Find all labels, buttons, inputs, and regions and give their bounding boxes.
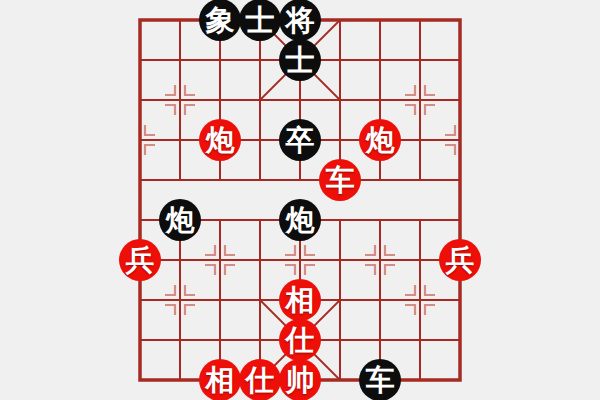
piece-black-soldier[interactable]: 卒 [279, 119, 321, 161]
piece-black-elephant[interactable]: 象 [199, 0, 241, 41]
xiangqi-app: 象士将士炮卒炮车炮炮兵兵相仕相仕帅车 [0, 0, 600, 400]
piece-red-advisor[interactable]: 仕 [279, 319, 321, 361]
piece-red-cannon[interactable]: 炮 [359, 119, 401, 161]
piece-black-cannon[interactable]: 炮 [279, 199, 321, 241]
piece-black-advisor[interactable]: 士 [239, 0, 281, 41]
piece-black-general[interactable]: 将 [279, 0, 321, 41]
piece-black-advisor[interactable]: 士 [279, 39, 321, 81]
piece-red-chariot[interactable]: 车 [319, 159, 361, 201]
piece-red-advisor[interactable]: 仕 [239, 359, 281, 400]
piece-red-soldier[interactable]: 兵 [119, 239, 161, 281]
piece-red-general[interactable]: 帅 [279, 359, 321, 400]
piece-red-elephant[interactable]: 相 [279, 279, 321, 321]
piece-grid: 象士将士炮卒炮车炮炮兵兵相仕相仕帅车 [120, 0, 480, 400]
piece-red-elephant[interactable]: 相 [199, 359, 241, 400]
piece-black-cannon[interactable]: 炮 [159, 199, 201, 241]
piece-red-cannon[interactable]: 炮 [199, 119, 241, 161]
piece-black-chariot[interactable]: 车 [359, 359, 401, 400]
piece-red-soldier[interactable]: 兵 [439, 239, 481, 281]
